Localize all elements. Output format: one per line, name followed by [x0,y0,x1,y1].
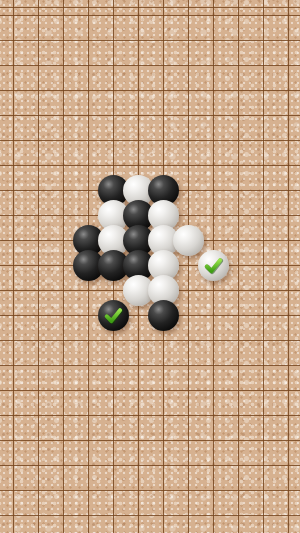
gomoku-app-screen [0,0,300,533]
white-stone [173,225,204,256]
check-icon [103,305,124,326]
white-stone [198,250,229,281]
black-stone [98,300,129,331]
black-stone [148,300,179,331]
gomoku-board[interactable] [0,0,300,533]
check-icon [203,255,224,276]
